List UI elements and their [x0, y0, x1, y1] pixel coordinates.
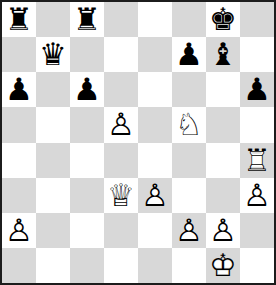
square-a1[interactable] — [2, 248, 36, 283]
piece-glyph: ♕ — [104, 178, 138, 213]
square-h4[interactable]: ♜♖ — [240, 143, 274, 178]
square-h1[interactable] — [240, 248, 274, 283]
square-h5[interactable] — [240, 107, 274, 142]
piece-glyph: ♟ — [2, 72, 36, 107]
square-f1[interactable] — [172, 248, 206, 283]
piece-glyph: ♜ — [70, 2, 104, 37]
square-a6[interactable]: ♟ — [2, 72, 36, 107]
square-e6[interactable] — [138, 72, 172, 107]
square-a5[interactable] — [2, 107, 36, 142]
piece-white-pawn[interactable]: ♟♙ — [2, 213, 36, 248]
piece-glyph: ♔ — [206, 248, 240, 283]
piece-glyph: ♙ — [240, 178, 274, 213]
piece-black-pawn[interactable]: ♟ — [240, 72, 274, 107]
piece-glyph: ♙ — [104, 107, 138, 142]
square-g3[interactable] — [206, 178, 240, 213]
square-d2[interactable] — [104, 213, 138, 248]
piece-black-rook[interactable]: ♜ — [70, 2, 104, 37]
square-h2[interactable] — [240, 213, 274, 248]
piece-white-pawn[interactable]: ♟♙ — [206, 213, 240, 248]
piece-glyph: ♝ — [206, 37, 240, 72]
square-c8[interactable]: ♜ — [70, 2, 104, 37]
square-c4[interactable] — [70, 143, 104, 178]
piece-glyph: ♚ — [206, 2, 240, 37]
square-f3[interactable] — [172, 178, 206, 213]
piece-glyph: ♟ — [172, 37, 206, 72]
square-d6[interactable] — [104, 72, 138, 107]
piece-glyph: ♖ — [240, 143, 274, 178]
square-a3[interactable] — [2, 178, 36, 213]
square-b2[interactable] — [36, 213, 70, 248]
piece-white-rook[interactable]: ♜♖ — [240, 143, 274, 178]
square-c6[interactable]: ♟ — [70, 72, 104, 107]
square-h7[interactable] — [240, 37, 274, 72]
square-f2[interactable]: ♟♙ — [172, 213, 206, 248]
piece-glyph: ♘ — [172, 107, 206, 142]
square-g1[interactable]: ♚♔ — [206, 248, 240, 283]
piece-white-queen[interactable]: ♛♕ — [104, 178, 138, 213]
piece-black-bishop[interactable]: ♝ — [206, 37, 240, 72]
square-b6[interactable] — [36, 72, 70, 107]
square-f4[interactable] — [172, 143, 206, 178]
piece-glyph: ♙ — [2, 213, 36, 248]
piece-glyph: ♛ — [36, 37, 70, 72]
piece-white-king[interactable]: ♚♔ — [206, 248, 240, 283]
square-d4[interactable] — [104, 143, 138, 178]
square-a4[interactable] — [2, 143, 36, 178]
square-c3[interactable] — [70, 178, 104, 213]
square-d3[interactable]: ♛♕ — [104, 178, 138, 213]
piece-white-pawn[interactable]: ♟♙ — [172, 213, 206, 248]
square-e3[interactable]: ♟♙ — [138, 178, 172, 213]
piece-glyph: ♙ — [206, 213, 240, 248]
chess-board: ♜♜♚♛♟♝♟♟♟♟♙♞♘♜♖♛♕♟♙♟♙♟♙♟♙♟♙♚♔ — [0, 0, 276, 285]
square-b4[interactable] — [36, 143, 70, 178]
piece-white-pawn[interactable]: ♟♙ — [104, 107, 138, 142]
piece-black-pawn[interactable]: ♟ — [70, 72, 104, 107]
chess-board-grid: ♜♜♚♛♟♝♟♟♟♟♙♞♘♜♖♛♕♟♙♟♙♟♙♟♙♟♙♚♔ — [2, 2, 274, 283]
piece-glyph: ♟ — [70, 72, 104, 107]
square-f6[interactable] — [172, 72, 206, 107]
square-h6[interactable]: ♟ — [240, 72, 274, 107]
square-c5[interactable] — [70, 107, 104, 142]
square-b3[interactable] — [36, 178, 70, 213]
piece-black-rook[interactable]: ♜ — [2, 2, 36, 37]
square-f8[interactable] — [172, 2, 206, 37]
square-a7[interactable] — [2, 37, 36, 72]
square-c2[interactable] — [70, 213, 104, 248]
square-g6[interactable] — [206, 72, 240, 107]
square-d8[interactable] — [104, 2, 138, 37]
piece-glyph: ♙ — [138, 178, 172, 213]
square-g5[interactable] — [206, 107, 240, 142]
square-g7[interactable]: ♝ — [206, 37, 240, 72]
square-e7[interactable] — [138, 37, 172, 72]
piece-black-queen[interactable]: ♛ — [36, 37, 70, 72]
square-g4[interactable] — [206, 143, 240, 178]
piece-white-pawn[interactable]: ♟♙ — [138, 178, 172, 213]
square-g8[interactable]: ♚ — [206, 2, 240, 37]
square-b1[interactable] — [36, 248, 70, 283]
piece-glyph: ♜ — [2, 2, 36, 37]
piece-white-pawn[interactable]: ♟♙ — [240, 178, 274, 213]
square-b7[interactable]: ♛ — [36, 37, 70, 72]
piece-glyph: ♙ — [172, 213, 206, 248]
square-c7[interactable] — [70, 37, 104, 72]
square-d5[interactable]: ♟♙ — [104, 107, 138, 142]
square-e2[interactable] — [138, 213, 172, 248]
square-h3[interactable]: ♟♙ — [240, 178, 274, 213]
square-h8[interactable] — [240, 2, 274, 37]
square-e1[interactable] — [138, 248, 172, 283]
square-d7[interactable] — [104, 37, 138, 72]
square-b8[interactable] — [36, 2, 70, 37]
square-f7[interactable]: ♟ — [172, 37, 206, 72]
piece-black-pawn[interactable]: ♟ — [2, 72, 36, 107]
square-b5[interactable] — [36, 107, 70, 142]
square-c1[interactable] — [70, 248, 104, 283]
square-f5[interactable]: ♞♘ — [172, 107, 206, 142]
piece-glyph: ♟ — [240, 72, 274, 107]
piece-black-king[interactable]: ♚ — [206, 2, 240, 37]
piece-white-knight[interactable]: ♞♘ — [172, 107, 206, 142]
square-d1[interactable] — [104, 248, 138, 283]
piece-black-pawn[interactable]: ♟ — [172, 37, 206, 72]
square-e4[interactable] — [138, 143, 172, 178]
square-a2[interactable]: ♟♙ — [2, 213, 36, 248]
square-a8[interactable]: ♜ — [2, 2, 36, 37]
square-e5[interactable] — [138, 107, 172, 142]
square-e8[interactable] — [138, 2, 172, 37]
square-g2[interactable]: ♟♙ — [206, 213, 240, 248]
